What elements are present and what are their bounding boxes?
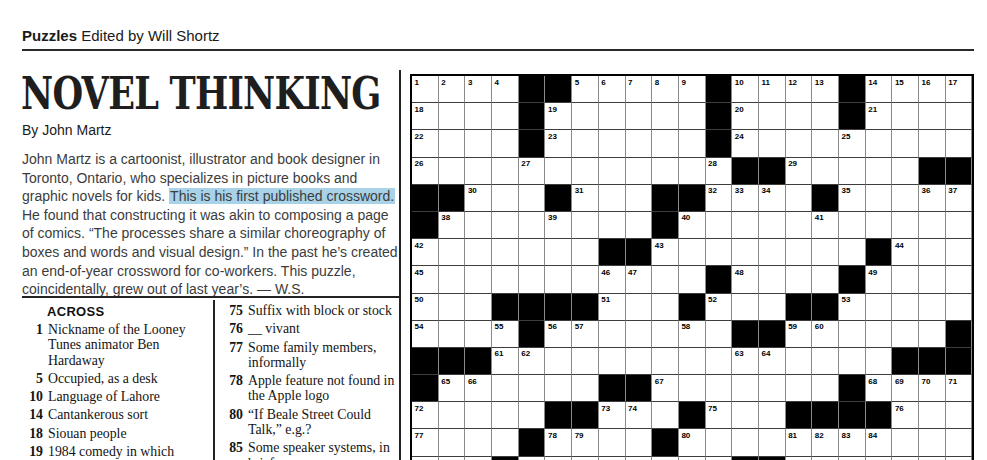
grid-cell[interactable]: 53 [839, 294, 866, 321]
grid-cell[interactable]: 75 [706, 402, 733, 429]
grid-cell[interactable]: 38 [439, 212, 466, 239]
grid-cell[interactable]: 22 [412, 130, 439, 157]
grid-cell[interactable]: 87 [652, 457, 679, 460]
grid-cell[interactable] [866, 158, 893, 185]
grid-cell[interactable] [679, 348, 706, 375]
grid-cell[interactable] [679, 103, 706, 130]
grid-cell[interactable]: 68 [866, 375, 893, 402]
clue-number: 18 [22, 426, 48, 441]
grid-cell[interactable] [572, 158, 599, 185]
grid-cell[interactable] [465, 130, 492, 157]
grid-cell[interactable]: 18 [412, 103, 439, 130]
grid-cell[interactable]: 84 [866, 429, 893, 456]
grid-cell[interactable] [812, 348, 839, 375]
grid-cell[interactable] [866, 130, 893, 157]
grid-cell[interactable] [599, 212, 626, 239]
grid-cell[interactable]: 69 [892, 375, 919, 402]
grid-cell[interactable]: 54 [412, 321, 439, 348]
grid-cell-black [545, 402, 572, 429]
grid-cell-black [759, 457, 786, 460]
grid-cell[interactable] [892, 158, 919, 185]
grid-cell[interactable]: 10 [732, 76, 759, 103]
grid-cell[interactable]: 47 [626, 266, 653, 293]
grid-cell[interactable] [892, 103, 919, 130]
grid-cell-black [679, 185, 706, 212]
grid-cell[interactable] [439, 239, 466, 266]
grid-cell[interactable] [545, 457, 572, 460]
grid-cell[interactable]: 78 [545, 429, 572, 456]
grid-cell[interactable] [465, 266, 492, 293]
cell-number: 24 [732, 130, 758, 141]
grid-cell[interactable] [492, 185, 519, 212]
grid-cell[interactable] [839, 348, 866, 375]
grid-cell[interactable] [839, 212, 866, 239]
grid-cell[interactable]: 24 [732, 130, 759, 157]
grid-cell[interactable] [732, 402, 759, 429]
grid-cell-black [626, 239, 653, 266]
grid-cell[interactable] [946, 429, 973, 456]
grid-cell[interactable] [759, 239, 786, 266]
grid-cell[interactable] [465, 429, 492, 456]
grid-cell[interactable] [866, 321, 893, 348]
grid-cell[interactable] [492, 212, 519, 239]
grid-cell[interactable] [786, 130, 813, 157]
grid-cell[interactable] [679, 130, 706, 157]
grid-cell-black [412, 212, 439, 239]
grid-cell[interactable] [839, 239, 866, 266]
grid-cell[interactable] [706, 348, 733, 375]
grid-cell[interactable] [759, 266, 786, 293]
grid-cell[interactable] [946, 266, 973, 293]
cell-number: 31 [572, 185, 598, 196]
grid-cell[interactable] [626, 185, 653, 212]
cell-number: 42 [412, 239, 438, 250]
grid-cell[interactable]: 59 [786, 321, 813, 348]
grid-cell[interactable] [519, 212, 546, 239]
grid-cell[interactable]: 63 [732, 348, 759, 375]
clue-number: 77 [222, 340, 248, 371]
cell-number: 64 [759, 348, 785, 359]
grid-cell[interactable] [786, 375, 813, 402]
grid-cell[interactable]: 46 [599, 266, 626, 293]
grid-cell[interactable] [892, 185, 919, 212]
grid-cell[interactable] [465, 212, 492, 239]
grid-cell[interactable] [626, 294, 653, 321]
cell-number: 15 [892, 76, 918, 87]
grid-cell[interactable] [439, 457, 466, 460]
grid-cell[interactable] [439, 294, 466, 321]
grid-cell[interactable] [626, 130, 653, 157]
grid-cell[interactable] [866, 457, 893, 460]
grid-cell[interactable] [732, 212, 759, 239]
grid-cell[interactable] [759, 429, 786, 456]
grid-cell[interactable] [492, 158, 519, 185]
grid-cell[interactable] [465, 158, 492, 185]
grid-cell[interactable] [786, 266, 813, 293]
grid-cell[interactable] [786, 348, 813, 375]
grid-cell[interactable] [439, 402, 466, 429]
grid-cell[interactable] [732, 294, 759, 321]
grid-cell[interactable]: 29 [786, 158, 813, 185]
grid-cell[interactable]: 32 [706, 185, 733, 212]
grid-cell[interactable] [892, 294, 919, 321]
grid-cell[interactable] [706, 375, 733, 402]
grid-cell-black [839, 103, 866, 130]
grid-cell[interactable] [545, 375, 572, 402]
grid-cell[interactable]: 37 [946, 185, 973, 212]
grid-cell[interactable]: 57 [572, 321, 599, 348]
grid-cell[interactable] [919, 457, 946, 460]
grid-cell[interactable]: 21 [866, 103, 893, 130]
grid-cell[interactable] [839, 457, 866, 460]
grid-cell[interactable]: 86 [519, 457, 546, 460]
grid-cell[interactable] [572, 266, 599, 293]
grid-cell[interactable] [519, 402, 546, 429]
grid-cell[interactable] [892, 266, 919, 293]
grid-cell[interactable] [572, 375, 599, 402]
grid-cell[interactable] [626, 212, 653, 239]
grid-cell[interactable] [492, 402, 519, 429]
grid-cell[interactable] [439, 103, 466, 130]
grid-cell[interactable] [786, 185, 813, 212]
grid-cell[interactable]: 60 [812, 321, 839, 348]
grid-cell[interactable]: 9 [679, 76, 706, 103]
grid-cell[interactable]: 56 [545, 321, 572, 348]
grid-cell[interactable] [519, 266, 546, 293]
grid-cell[interactable] [946, 212, 973, 239]
grid-cell[interactable] [545, 158, 572, 185]
grid-cell[interactable] [439, 266, 466, 293]
grid-cell[interactable] [839, 158, 866, 185]
grid-cell[interactable] [892, 429, 919, 456]
grid-cell[interactable]: 7 [626, 76, 653, 103]
cell-number: 35 [839, 185, 865, 196]
clue-item: 75Suffix with block or stock [222, 303, 396, 318]
cell-number: 71 [946, 375, 972, 386]
cell-number: 68 [866, 375, 892, 386]
grid-cell[interactable] [439, 429, 466, 456]
grid-cell[interactable] [626, 158, 653, 185]
grid-cell[interactable] [599, 321, 626, 348]
grid-cell[interactable] [439, 321, 466, 348]
cell-number: 73 [599, 402, 625, 413]
grid-cell[interactable] [652, 402, 679, 429]
grid-cell[interactable]: 14 [866, 76, 893, 103]
grid-cell[interactable] [652, 130, 679, 157]
grid-cell[interactable]: 40 [679, 212, 706, 239]
grid-cell[interactable]: 3 [465, 76, 492, 103]
grid-cell[interactable]: 71 [946, 375, 973, 402]
grid-cell[interactable] [572, 103, 599, 130]
grid-cell[interactable] [439, 158, 466, 185]
grid-cell[interactable] [946, 402, 973, 429]
grid-cell-black [812, 294, 839, 321]
grid-cell[interactable] [892, 457, 919, 460]
grid-cell[interactable]: 17 [946, 76, 973, 103]
grid-cell[interactable] [626, 103, 653, 130]
grid-cell-black [946, 348, 973, 375]
grid-cell[interactable] [599, 130, 626, 157]
grid-cell[interactable]: 62 [519, 348, 546, 375]
grid-cell[interactable]: 51 [599, 294, 626, 321]
grid-cell[interactable] [919, 429, 946, 456]
cell-number: 81 [786, 429, 812, 440]
grid-cell[interactable] [492, 375, 519, 402]
grid-cell[interactable] [946, 294, 973, 321]
grid-cell[interactable]: 8 [652, 76, 679, 103]
grid-cell[interactable] [866, 294, 893, 321]
grid-cell-black [919, 158, 946, 185]
grid-cell[interactable] [732, 239, 759, 266]
grid-cell[interactable] [946, 239, 973, 266]
grid-cell[interactable] [919, 402, 946, 429]
grid-cell[interactable] [759, 402, 786, 429]
grid-cell[interactable] [812, 375, 839, 402]
cell-number: 26 [412, 158, 438, 169]
grid-cell[interactable] [812, 266, 839, 293]
grid-cell[interactable]: 5 [572, 76, 599, 103]
grid-cell[interactable] [679, 375, 706, 402]
grid-cell[interactable] [866, 212, 893, 239]
grid-cell[interactable]: 61 [492, 348, 519, 375]
grid-cell[interactable] [812, 239, 839, 266]
grid-cell[interactable]: 82 [812, 429, 839, 456]
grid-cell[interactable] [599, 348, 626, 375]
grid-cell[interactable]: 79 [572, 429, 599, 456]
grid-cell[interactable] [679, 239, 706, 266]
grid-cell[interactable] [706, 429, 733, 456]
grid-cell-black [839, 266, 866, 293]
grid-cell[interactable] [706, 321, 733, 348]
grid-cell[interactable] [492, 429, 519, 456]
cell-number: 27 [519, 158, 545, 169]
grid-cell[interactable]: 13 [812, 76, 839, 103]
grid-cell[interactable] [946, 457, 973, 460]
grid-cell[interactable]: 4 [492, 76, 519, 103]
grid-cell[interactable] [652, 348, 679, 375]
grid-cell[interactable]: 33 [732, 185, 759, 212]
grid-cell[interactable] [892, 212, 919, 239]
grid-cell[interactable] [679, 457, 706, 460]
grid-cell[interactable] [626, 429, 653, 456]
grid-cell[interactable] [599, 103, 626, 130]
grid-cell[interactable]: 88 [786, 457, 813, 460]
cell-number: 30 [465, 185, 491, 196]
grid-cell[interactable] [919, 266, 946, 293]
cell-number: 20 [732, 103, 758, 114]
cell-number: 14 [866, 76, 892, 87]
clue-text: Nickname of the Looney Tunes animator Be… [48, 322, 206, 368]
grid-cell[interactable]: 48 [732, 266, 759, 293]
cell-number: 40 [679, 212, 705, 223]
grid-cell[interactable]: 70 [919, 375, 946, 402]
grid-cell[interactable]: 64 [759, 348, 786, 375]
grid-cell[interactable]: 73 [599, 402, 626, 429]
grid-cell[interactable] [465, 239, 492, 266]
grid-cell[interactable] [572, 457, 599, 460]
grid-cell[interactable]: 16 [919, 76, 946, 103]
grid-cell[interactable] [599, 158, 626, 185]
grid-cell[interactable] [812, 457, 839, 460]
grid-cell-black [839, 375, 866, 402]
grid-cell[interactable]: 15 [892, 76, 919, 103]
grid-cell[interactable] [492, 130, 519, 157]
grid-cell-black [599, 375, 626, 402]
cell-number: 49 [866, 266, 892, 277]
grid-cell[interactable] [786, 103, 813, 130]
grid-cell[interactable] [652, 321, 679, 348]
grid-cell[interactable] [626, 457, 653, 460]
grid-cell[interactable]: 23 [545, 130, 572, 157]
grid-cell[interactable]: 27 [519, 158, 546, 185]
grid-cell[interactable]: 65 [439, 375, 466, 402]
grid-cell[interactable]: 6 [599, 76, 626, 103]
grid-cell[interactable]: 50 [412, 294, 439, 321]
grid-cell[interactable]: 11 [759, 76, 786, 103]
grid-cell[interactable] [599, 185, 626, 212]
clue-number: 75 [222, 303, 248, 318]
grid-cell[interactable] [572, 212, 599, 239]
grid-cell[interactable] [706, 239, 733, 266]
grid-cell[interactable]: 31 [572, 185, 599, 212]
grid-cell[interactable] [919, 321, 946, 348]
grid-cell[interactable]: 36 [919, 185, 946, 212]
cell-number: 61 [492, 348, 518, 359]
grid-cell[interactable]: 41 [812, 212, 839, 239]
grid-cell[interactable]: 30 [465, 185, 492, 212]
grid-cell[interactable]: 52 [706, 294, 733, 321]
grid-cell[interactable] [679, 266, 706, 293]
grid-cell[interactable] [652, 266, 679, 293]
cell-number: 59 [786, 321, 812, 332]
grid-cell[interactable] [465, 294, 492, 321]
grid-cell[interactable] [759, 294, 786, 321]
grid-cell[interactable] [519, 185, 546, 212]
grid-cell[interactable] [465, 402, 492, 429]
grid-cell[interactable] [919, 239, 946, 266]
clue-text: 1984 comedy in which Daryl Hannah plays … [48, 444, 206, 460]
grid-cell[interactable] [759, 212, 786, 239]
grid-cell[interactable] [759, 103, 786, 130]
grid-cell[interactable] [919, 103, 946, 130]
grid-cell[interactable] [812, 158, 839, 185]
grid-cell[interactable]: 66 [465, 375, 492, 402]
grid-cell[interactable]: 35 [839, 185, 866, 212]
grid-cell[interactable] [786, 239, 813, 266]
grid-cell[interactable] [866, 348, 893, 375]
grid-cell[interactable]: 76 [892, 402, 919, 429]
grid-cell[interactable] [839, 321, 866, 348]
grid-cell[interactable] [759, 130, 786, 157]
grid-cell-black [732, 158, 759, 185]
grid-cell[interactable]: 77 [412, 429, 439, 456]
grid-cell[interactable]: 2 [439, 76, 466, 103]
grid-cell[interactable] [545, 266, 572, 293]
grid-cell[interactable] [519, 375, 546, 402]
grid-cell-black [652, 185, 679, 212]
grid-cell[interactable] [759, 375, 786, 402]
cell-number: 58 [679, 321, 705, 332]
grid-cell[interactable]: 67 [652, 375, 679, 402]
grid-cell[interactable]: 28 [706, 158, 733, 185]
grid-cell[interactable] [892, 321, 919, 348]
cell-number: 60 [812, 321, 838, 332]
grid-cell[interactable] [545, 348, 572, 375]
grid-cell[interactable] [866, 185, 893, 212]
grid-cell[interactable] [812, 103, 839, 130]
grid-cell[interactable] [626, 321, 653, 348]
grid-cell[interactable] [492, 266, 519, 293]
grid-cell[interactable]: 83 [839, 429, 866, 456]
grid-cell[interactable]: 55 [492, 321, 519, 348]
grid-cell[interactable] [652, 158, 679, 185]
grid-cell[interactable] [946, 130, 973, 157]
grid-cell[interactable] [465, 457, 492, 460]
grid-cell[interactable] [572, 130, 599, 157]
grid-cell[interactable]: 49 [866, 266, 893, 293]
grid-cell[interactable]: 19 [545, 103, 572, 130]
grid-cell[interactable] [786, 212, 813, 239]
grid-cell-black [732, 321, 759, 348]
grid-cell[interactable] [812, 130, 839, 157]
grid-cell[interactable]: 34 [759, 185, 786, 212]
grid-cell[interactable] [892, 130, 919, 157]
grid-cell[interactable] [599, 457, 626, 460]
grid-cell[interactable]: 20 [732, 103, 759, 130]
grid-cell[interactable] [439, 130, 466, 157]
grid-cell[interactable] [492, 103, 519, 130]
grid-cell[interactable]: 26 [412, 158, 439, 185]
grid-cell[interactable]: 42 [412, 239, 439, 266]
grid-cell[interactable]: 44 [892, 239, 919, 266]
grid-cell[interactable] [706, 212, 733, 239]
grid-cell[interactable] [519, 239, 546, 266]
grid-cell[interactable] [732, 375, 759, 402]
grid-cell[interactable] [946, 103, 973, 130]
grid-cell[interactable] [732, 429, 759, 456]
grid-cell[interactable]: 39 [545, 212, 572, 239]
grid-cell[interactable] [706, 457, 733, 460]
grid-cell[interactable] [545, 239, 572, 266]
grid-cell[interactable]: 45 [412, 266, 439, 293]
grid-cell[interactable] [572, 239, 599, 266]
grid-cell[interactable]: 85 [412, 457, 439, 460]
grid-cell[interactable] [465, 321, 492, 348]
grid-cell[interactable]: 1 [412, 76, 439, 103]
grid-cell[interactable] [652, 294, 679, 321]
grid-cell[interactable] [652, 103, 679, 130]
grid-cell[interactable] [572, 348, 599, 375]
grid-cell-black [839, 402, 866, 429]
grid-cell[interactable] [492, 239, 519, 266]
grid-cell[interactable]: 74 [626, 402, 653, 429]
grid-cell[interactable]: 25 [839, 130, 866, 157]
grid-cell[interactable]: 58 [679, 321, 706, 348]
grid-cell[interactable] [919, 130, 946, 157]
grid-cell[interactable] [626, 348, 653, 375]
cell-number: 74 [626, 402, 652, 413]
grid-cell[interactable] [919, 212, 946, 239]
grid-cell[interactable]: 12 [786, 76, 813, 103]
grid-cell[interactable]: 43 [652, 239, 679, 266]
grid-cell[interactable]: 72 [412, 402, 439, 429]
grid-cell[interactable] [679, 158, 706, 185]
grid-cell[interactable] [465, 103, 492, 130]
grid-cell[interactable]: 80 [679, 429, 706, 456]
grid-cell[interactable] [599, 429, 626, 456]
grid-cell[interactable] [919, 294, 946, 321]
grid-cell[interactable]: 81 [786, 429, 813, 456]
